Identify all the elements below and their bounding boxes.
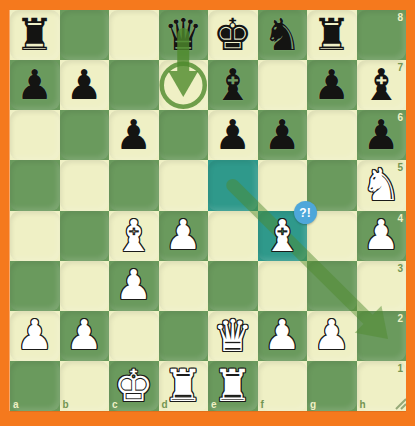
square-e7[interactable]: ♝ (208, 60, 258, 110)
square-c6[interactable]: ♟ (109, 110, 159, 160)
square-e8[interactable]: ♚ (208, 10, 258, 60)
piece-black-king[interactable]: ♚ (208, 10, 258, 60)
square-c2[interactable] (109, 311, 159, 361)
square-d5[interactable] (159, 160, 209, 210)
piece-white-pawn[interactable]: ♟ (60, 311, 110, 361)
square-a3[interactable] (10, 261, 60, 311)
piece-black-pawn[interactable]: ♟ (307, 60, 357, 110)
piece-white-bishop[interactable]: ♝ (109, 211, 159, 261)
square-b8[interactable] (60, 10, 110, 60)
piece-black-pawn[interactable]: ♟ (109, 110, 159, 160)
piece-black-pawn[interactable]: ♟ (357, 110, 407, 160)
piece-black-pawn[interactable]: ♟ (10, 60, 60, 110)
square-e5[interactable] (208, 160, 258, 210)
square-h7[interactable]: 7♝ (357, 60, 407, 110)
square-d8[interactable]: ♛ (159, 10, 209, 60)
piece-white-pawn[interactable]: ♟ (307, 311, 357, 361)
square-d1[interactable]: d♜ (159, 361, 209, 411)
square-g8[interactable]: ♜ (307, 10, 357, 60)
square-h8[interactable]: 8 (357, 10, 407, 60)
square-d6[interactable] (159, 110, 209, 160)
piece-white-pawn[interactable]: ♟ (159, 211, 209, 261)
square-b6[interactable] (60, 110, 110, 160)
chess-board: ♜♛♚♞♜8♟♟♝♟7♝♟♟♟6♟5♞♝♟♝4♟♟3♟♟♛♟♟2abc♚d♜e♜… (10, 10, 406, 411)
square-e4[interactable] (208, 211, 258, 261)
square-b4[interactable] (60, 211, 110, 261)
square-c4[interactable]: ♝ (109, 211, 159, 261)
rank-label-8: 8 (397, 12, 403, 23)
square-h1[interactable]: 1h (357, 361, 407, 411)
file-label-f: f (261, 399, 264, 410)
square-a4[interactable] (10, 211, 60, 261)
piece-white-rook[interactable]: ♜ (208, 361, 258, 411)
piece-black-bishop[interactable]: ♝ (357, 60, 407, 110)
piece-black-bishop[interactable]: ♝ (208, 60, 258, 110)
file-label-g: g (310, 399, 316, 410)
square-h3[interactable]: 3 (357, 261, 407, 311)
square-h2[interactable]: 2 (357, 311, 407, 361)
square-c3[interactable]: ♟ (109, 261, 159, 311)
square-a5[interactable] (10, 160, 60, 210)
square-d4[interactable]: ♟ (159, 211, 209, 261)
square-f2[interactable]: ♟ (258, 311, 308, 361)
square-b1[interactable]: b (60, 361, 110, 411)
piece-white-queen[interactable]: ♛ (208, 311, 258, 361)
square-f3[interactable] (258, 261, 308, 311)
square-b3[interactable] (60, 261, 110, 311)
square-a6[interactable] (10, 110, 60, 160)
square-a7[interactable]: ♟ (10, 60, 60, 110)
piece-white-knight[interactable]: ♞ (357, 160, 407, 210)
square-a8[interactable]: ♜ (10, 10, 60, 60)
file-label-h: h (360, 399, 366, 410)
square-c1[interactable]: c♚ (109, 361, 159, 411)
piece-white-pawn[interactable]: ♟ (109, 261, 159, 311)
square-a2[interactable]: ♟ (10, 311, 60, 361)
piece-black-pawn[interactable]: ♟ (60, 60, 110, 110)
piece-black-pawn[interactable]: ♟ (208, 110, 258, 160)
square-e3[interactable] (208, 261, 258, 311)
square-f8[interactable]: ♞ (258, 10, 308, 60)
piece-black-rook[interactable]: ♜ (10, 10, 60, 60)
piece-white-pawn[interactable]: ♟ (10, 311, 60, 361)
move-classification-badge: ?! (294, 201, 317, 224)
board-grid: ♜♛♚♞♜8♟♟♝♟7♝♟♟♟6♟5♞♝♟♝4♟♟3♟♟♛♟♟2abc♚d♜e♜… (10, 10, 406, 411)
piece-black-rook[interactable]: ♜ (307, 10, 357, 60)
rank-label-2: 2 (397, 313, 403, 324)
square-e6[interactable]: ♟ (208, 110, 258, 160)
piece-white-rook[interactable]: ♜ (159, 361, 209, 411)
square-f6[interactable]: ♟ (258, 110, 308, 160)
piece-white-pawn[interactable]: ♟ (357, 211, 407, 261)
square-d7[interactable] (159, 60, 209, 110)
square-c8[interactable] (109, 10, 159, 60)
square-c7[interactable] (109, 60, 159, 110)
file-label-a: a (13, 399, 19, 410)
square-a1[interactable]: a (10, 361, 60, 411)
piece-white-king[interactable]: ♚ (109, 361, 159, 411)
square-d3[interactable] (159, 261, 209, 311)
square-f1[interactable]: f (258, 361, 308, 411)
rank-label-1: 1 (397, 363, 403, 374)
piece-black-knight[interactable]: ♞ (258, 10, 308, 60)
square-h6[interactable]: 6♟ (357, 110, 407, 160)
square-g5[interactable] (307, 160, 357, 210)
square-g2[interactable]: ♟ (307, 311, 357, 361)
badge-label: ?! (299, 206, 310, 220)
square-b2[interactable]: ♟ (60, 311, 110, 361)
file-label-b: b (63, 399, 69, 410)
square-g3[interactable] (307, 261, 357, 311)
piece-black-queen[interactable]: ♛ (159, 10, 209, 60)
square-e2[interactable]: ♛ (208, 311, 258, 361)
square-h4[interactable]: 4♟ (357, 211, 407, 261)
chess-app: { "game": "chess", "position": { "fen": … (0, 0, 415, 426)
piece-black-pawn[interactable]: ♟ (258, 110, 308, 160)
square-e1[interactable]: e♜ (208, 361, 258, 411)
piece-white-pawn[interactable]: ♟ (258, 311, 308, 361)
square-g7[interactable]: ♟ (307, 60, 357, 110)
square-g6[interactable] (307, 110, 357, 160)
square-h5[interactable]: 5♞ (357, 160, 407, 210)
square-c5[interactable] (109, 160, 159, 210)
square-b7[interactable]: ♟ (60, 60, 110, 110)
square-f7[interactable] (258, 60, 308, 110)
square-g1[interactable]: g (307, 361, 357, 411)
square-d2[interactable] (159, 311, 209, 361)
rank-label-3: 3 (397, 263, 403, 274)
square-b5[interactable] (60, 160, 110, 210)
